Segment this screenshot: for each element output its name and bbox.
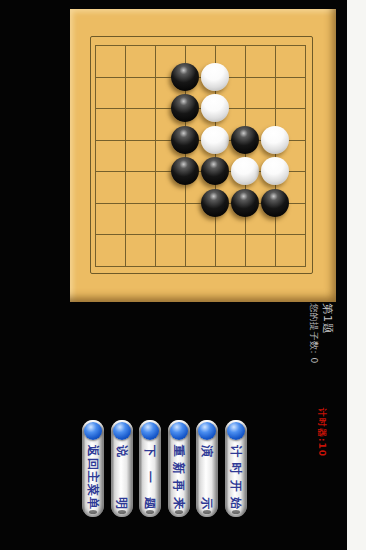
button-label-char: 回 bbox=[87, 458, 99, 470]
button-knob-icon bbox=[113, 422, 131, 440]
button-label: 重新再来 bbox=[173, 445, 185, 509]
black-stone bbox=[171, 157, 199, 185]
start-timer-button[interactable]: 计时开始 bbox=[225, 420, 247, 517]
screen: 第1题 您的提子数: 0 计时器:10 返回主菜单说明下一题重新再来演示计时开始 bbox=[0, 0, 366, 550]
black-stone bbox=[231, 189, 259, 217]
board-grid bbox=[95, 45, 306, 267]
restart-button[interactable]: 重新再来 bbox=[168, 420, 190, 517]
timer-label: 计时器:10 bbox=[317, 408, 326, 457]
problem-number-label: 第1题 bbox=[322, 303, 333, 335]
button-label-char: 说 bbox=[116, 445, 128, 457]
button-label-char: 时 bbox=[230, 462, 242, 474]
button-label: 下一题 bbox=[144, 445, 156, 509]
button-label-char: 主 bbox=[87, 471, 99, 483]
white-stone bbox=[261, 157, 289, 185]
instructions-button[interactable]: 说明 bbox=[111, 420, 133, 517]
button-label: 说明 bbox=[116, 445, 128, 509]
black-stone bbox=[231, 126, 259, 154]
black-stone bbox=[261, 189, 289, 217]
main-menu-button[interactable]: 返回主菜单 bbox=[82, 420, 104, 517]
white-stone bbox=[261, 126, 289, 154]
black-stone bbox=[201, 157, 229, 185]
grid-line-horizontal bbox=[95, 234, 306, 235]
black-stone bbox=[171, 126, 199, 154]
button-label-char: 计 bbox=[230, 445, 242, 457]
white-stone bbox=[201, 126, 229, 154]
button-label-char: 一 bbox=[144, 471, 156, 483]
black-stone bbox=[171, 94, 199, 122]
side-strip bbox=[347, 0, 366, 550]
button-label-char: 返 bbox=[87, 445, 99, 457]
button-knob-icon bbox=[84, 422, 102, 440]
white-stone bbox=[231, 157, 259, 185]
button-label-char: 题 bbox=[144, 497, 156, 509]
capture-count-label: 您的提子数: 0 bbox=[309, 303, 318, 364]
grid-line-vertical bbox=[305, 45, 306, 267]
button-label: 计时开始 bbox=[230, 445, 242, 509]
button-label-char: 开 bbox=[230, 480, 242, 492]
button-label: 返回主菜单 bbox=[87, 445, 99, 509]
button-label-char: 始 bbox=[230, 497, 242, 509]
button-label-char: 再 bbox=[173, 480, 185, 492]
next-problem-button[interactable]: 下一题 bbox=[139, 420, 161, 517]
button-label-char: 示 bbox=[201, 497, 213, 509]
button-label-char: 明 bbox=[116, 497, 128, 509]
button-knob-icon bbox=[198, 422, 216, 440]
button-label: 演示 bbox=[201, 445, 213, 509]
button-knob-icon bbox=[227, 422, 245, 440]
button-label-char: 来 bbox=[173, 497, 185, 509]
button-notch bbox=[232, 510, 240, 514]
black-stone bbox=[171, 63, 199, 91]
white-stone bbox=[201, 94, 229, 122]
go-board[interactable] bbox=[70, 9, 336, 302]
black-stone bbox=[201, 189, 229, 217]
white-stone bbox=[201, 63, 229, 91]
grid-line-horizontal bbox=[95, 266, 306, 267]
button-label-char: 单 bbox=[87, 497, 99, 509]
button-label-char: 菜 bbox=[87, 484, 99, 496]
button-notch bbox=[203, 510, 211, 514]
button-notch bbox=[118, 510, 126, 514]
demo-button[interactable]: 演示 bbox=[196, 420, 218, 517]
button-label-char: 下 bbox=[144, 445, 156, 457]
button-knob-icon bbox=[141, 422, 159, 440]
button-label-char: 新 bbox=[173, 462, 185, 474]
button-knob-icon bbox=[170, 422, 188, 440]
button-notch bbox=[89, 510, 97, 514]
button-label-char: 演 bbox=[201, 445, 213, 457]
button-notch bbox=[146, 510, 154, 514]
button-label-char: 重 bbox=[173, 445, 185, 457]
button-notch bbox=[175, 510, 183, 514]
